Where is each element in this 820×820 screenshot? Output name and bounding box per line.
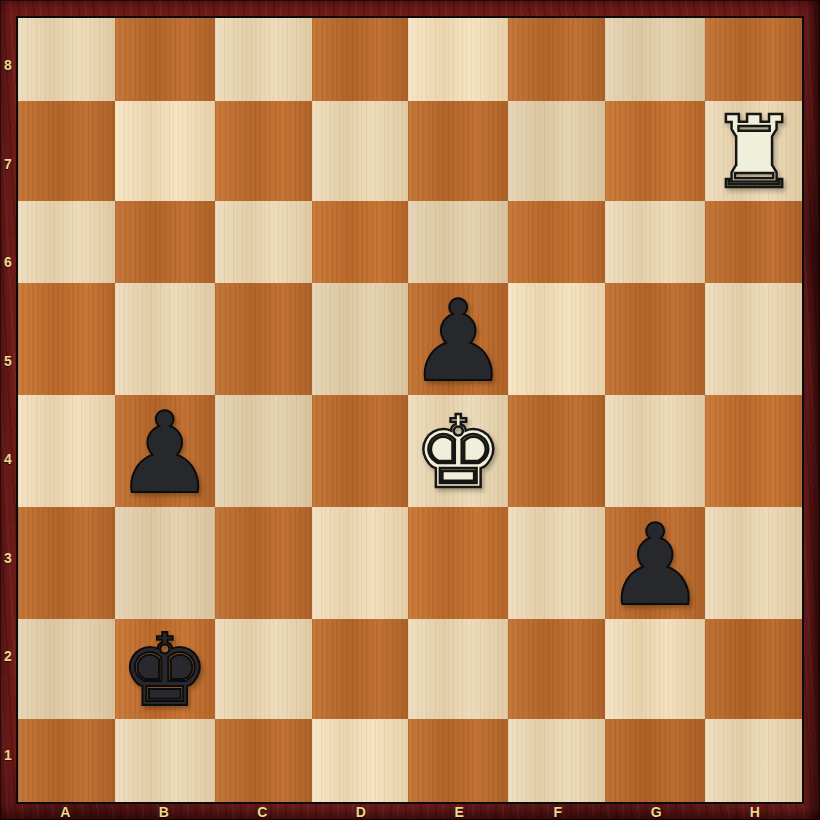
square-c5[interactable] bbox=[215, 283, 312, 395]
black-king-b2[interactable]: ♚ bbox=[120, 621, 210, 721]
rank-label-5: 5 bbox=[0, 312, 16, 411]
square-f3[interactable] bbox=[508, 507, 605, 619]
square-h3[interactable] bbox=[705, 507, 802, 619]
square-d3[interactable] bbox=[312, 507, 409, 619]
square-b2[interactable]: ♚ bbox=[115, 619, 215, 719]
black-pawn-g3[interactable]: ♟ bbox=[605, 509, 705, 621]
square-h2[interactable] bbox=[705, 619, 802, 719]
square-h4[interactable] bbox=[705, 395, 802, 507]
square-a6[interactable] bbox=[18, 201, 115, 284]
file-label-c: C bbox=[213, 804, 312, 820]
square-c2[interactable] bbox=[215, 619, 312, 719]
white-king-e4[interactable]: ♚ bbox=[413, 403, 503, 503]
square-g4[interactable] bbox=[605, 395, 705, 507]
square-a4[interactable] bbox=[18, 395, 115, 507]
file-label-g: G bbox=[607, 804, 706, 820]
rank-label-4: 4 bbox=[0, 410, 16, 509]
square-c1[interactable] bbox=[215, 719, 312, 802]
square-d1[interactable] bbox=[312, 719, 409, 802]
rank-label-3: 3 bbox=[0, 509, 16, 608]
rank-coordinates: 87654321 bbox=[0, 16, 16, 804]
square-f8[interactable] bbox=[508, 18, 605, 101]
square-b5[interactable] bbox=[115, 283, 215, 395]
file-label-e: E bbox=[410, 804, 509, 820]
square-g7[interactable] bbox=[605, 101, 705, 201]
rank-label-8: 8 bbox=[0, 16, 16, 115]
square-f1[interactable] bbox=[508, 719, 605, 802]
rank-label-2: 2 bbox=[0, 607, 16, 706]
square-h5[interactable] bbox=[705, 283, 802, 395]
square-e8[interactable] bbox=[408, 18, 508, 101]
square-e1[interactable] bbox=[408, 719, 508, 802]
square-f4[interactable] bbox=[508, 395, 605, 507]
square-c8[interactable] bbox=[215, 18, 312, 101]
square-g3[interactable]: ♟ bbox=[605, 507, 705, 619]
square-g5[interactable] bbox=[605, 283, 705, 395]
square-c4[interactable] bbox=[215, 395, 312, 507]
square-e5[interactable]: ♟ bbox=[408, 283, 508, 395]
square-f7[interactable] bbox=[508, 101, 605, 201]
rank-label-1: 1 bbox=[0, 706, 16, 805]
square-e2[interactable] bbox=[408, 619, 508, 719]
square-h8[interactable] bbox=[705, 18, 802, 101]
rank-label-7: 7 bbox=[0, 115, 16, 214]
square-g6[interactable] bbox=[605, 201, 705, 284]
square-f5[interactable] bbox=[508, 283, 605, 395]
square-d5[interactable] bbox=[312, 283, 409, 395]
square-g2[interactable] bbox=[605, 619, 705, 719]
square-b4[interactable]: ♟ bbox=[115, 395, 215, 507]
square-a5[interactable] bbox=[18, 283, 115, 395]
black-pawn-e5[interactable]: ♟ bbox=[408, 285, 508, 397]
square-h1[interactable] bbox=[705, 719, 802, 802]
square-d8[interactable] bbox=[312, 18, 409, 101]
square-f6[interactable] bbox=[508, 201, 605, 284]
file-coordinates: ABCDEFGH bbox=[16, 804, 804, 820]
square-d7[interactable] bbox=[312, 101, 409, 201]
square-c6[interactable] bbox=[215, 201, 312, 284]
square-a7[interactable] bbox=[18, 101, 115, 201]
square-b3[interactable] bbox=[115, 507, 215, 619]
white-rook-h7[interactable]: ♜ bbox=[709, 103, 799, 203]
file-label-d: D bbox=[312, 804, 411, 820]
square-g1[interactable] bbox=[605, 719, 705, 802]
square-e3[interactable] bbox=[408, 507, 508, 619]
file-label-h: H bbox=[706, 804, 805, 820]
rank-label-6: 6 bbox=[0, 213, 16, 312]
square-b8[interactable] bbox=[115, 18, 215, 101]
square-e4[interactable]: ♚ bbox=[408, 395, 508, 507]
square-e6[interactable] bbox=[408, 201, 508, 284]
square-c3[interactable] bbox=[215, 507, 312, 619]
square-f2[interactable] bbox=[508, 619, 605, 719]
file-label-b: B bbox=[115, 804, 214, 820]
square-h6[interactable] bbox=[705, 201, 802, 284]
file-label-a: A bbox=[16, 804, 115, 820]
square-a1[interactable] bbox=[18, 719, 115, 802]
square-d2[interactable] bbox=[312, 619, 409, 719]
square-e7[interactable] bbox=[408, 101, 508, 201]
chess-board: ♜♟♟♚♟♚ bbox=[16, 16, 804, 804]
file-label-f: F bbox=[509, 804, 608, 820]
square-a8[interactable] bbox=[18, 18, 115, 101]
square-a3[interactable] bbox=[18, 507, 115, 619]
black-pawn-b4[interactable]: ♟ bbox=[115, 397, 215, 509]
board-frame: 87654321 ABCDEFGH ♜♟♟♚♟♚ bbox=[0, 0, 820, 820]
square-d4[interactable] bbox=[312, 395, 409, 507]
square-a2[interactable] bbox=[18, 619, 115, 719]
square-g8[interactable] bbox=[605, 18, 705, 101]
square-d6[interactable] bbox=[312, 201, 409, 284]
square-h7[interactable]: ♜ bbox=[705, 101, 802, 201]
square-b7[interactable] bbox=[115, 101, 215, 201]
square-b1[interactable] bbox=[115, 719, 215, 802]
square-b6[interactable] bbox=[115, 201, 215, 284]
square-c7[interactable] bbox=[215, 101, 312, 201]
